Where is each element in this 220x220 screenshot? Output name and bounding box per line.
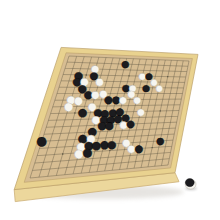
stone-white[interactable]: ●	[64, 100, 74, 113]
stone-white[interactable]: ●	[74, 94, 83, 107]
stone-black[interactable]: ●	[36, 134, 47, 148]
stone-white[interactable]: ●	[133, 94, 141, 105]
stone-black[interactable]: ●	[82, 146, 92, 159]
stone-white[interactable]: ●	[119, 94, 127, 105]
loose-stone	[185, 179, 197, 191]
hoshi-point	[152, 147, 153, 148]
hoshi-point	[109, 150, 110, 151]
go-board-photo: ●●●●●●●●●●●●●●●●●●●●●●●●●●●●●●●●●●●●●●●●…	[0, 0, 220, 220]
stone-black[interactable]: ●	[78, 106, 88, 119]
product-photo: ●●●●●●●●●●●●●●●●●●●●●●●●●●●●●●●●●●●●●●●●…	[0, 0, 220, 220]
loose-stone-black[interactable]	[185, 179, 194, 187]
hoshi-point	[62, 153, 63, 154]
hoshi-point	[74, 112, 75, 113]
stone-white[interactable]: ●	[95, 76, 104, 87]
hoshi-point	[128, 75, 129, 76]
hoshi-point	[160, 110, 161, 111]
stone-black[interactable]: ●	[104, 119, 113, 131]
stone-black[interactable]: ●	[107, 138, 116, 150]
hoshi-point	[167, 76, 168, 77]
stone-black[interactable]: ●	[156, 135, 164, 146]
stone-white[interactable]: ●	[137, 106, 145, 117]
stone-black[interactable]: ●	[121, 58, 129, 69]
stone-black[interactable]: ●	[126, 118, 135, 129]
stone-black[interactable]: ●	[135, 143, 144, 154]
stone-white[interactable]: ●	[156, 83, 164, 93]
stone-black[interactable]: ●	[142, 83, 150, 93]
